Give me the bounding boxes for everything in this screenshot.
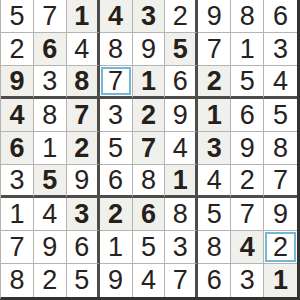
cell-r1c6[interactable]: 2 — [165, 0, 198, 33]
cell-r2c6[interactable]: 5 — [165, 33, 198, 66]
cell-r4c7[interactable]: 1 — [198, 99, 231, 132]
cell-r8c5[interactable]: 5 — [133, 231, 166, 264]
cell-r4c4[interactable]: 3 — [100, 99, 133, 132]
cell-r9c3[interactable]: 5 — [67, 264, 100, 297]
cell-r7c4[interactable]: 2 — [100, 198, 133, 231]
cell-r9c6[interactable]: 7 — [165, 264, 198, 297]
cell-r2c5[interactable]: 9 — [133, 33, 166, 66]
cell-r6c9[interactable]: 7 — [264, 165, 297, 198]
cell-r6c7[interactable]: 4 — [198, 165, 231, 198]
cell-r1c1[interactable]: 5 — [1, 0, 34, 33]
cell-r2c4[interactable]: 8 — [100, 33, 133, 66]
cell-r2c1[interactable]: 2 — [1, 33, 34, 66]
cell-r9c7[interactable]: 6 — [198, 264, 231, 297]
cell-r7c8[interactable]: 7 — [231, 198, 264, 231]
cell-r7c3[interactable]: 3 — [67, 198, 100, 231]
sudoku-board: 5714329862648957139387162544873291656125… — [0, 0, 300, 300]
cell-r3c7[interactable]: 2 — [198, 66, 231, 99]
cell-r4c1[interactable]: 4 — [1, 99, 34, 132]
cell-r2c7[interactable]: 7 — [198, 33, 231, 66]
cell-r5c7[interactable]: 3 — [198, 132, 231, 165]
cell-r9c9[interactable]: 1 — [264, 264, 297, 297]
cell-r9c8[interactable]: 3 — [231, 264, 264, 297]
cell-r5c4[interactable]: 5 — [100, 132, 133, 165]
cell-r5c1[interactable]: 6 — [1, 132, 34, 165]
cell-r1c2[interactable]: 7 — [34, 0, 67, 33]
cell-r8c4[interactable]: 1 — [100, 231, 133, 264]
cell-r4c9[interactable]: 5 — [264, 99, 297, 132]
cell-r7c9[interactable]: 9 — [264, 198, 297, 231]
cell-r4c8[interactable]: 6 — [231, 99, 264, 132]
cell-r9c4[interactable]: 9 — [100, 264, 133, 297]
cell-r7c5[interactable]: 6 — [133, 198, 166, 231]
cell-r3c9[interactable]: 4 — [264, 66, 297, 99]
cell-r8c9[interactable]: 2 — [264, 231, 297, 264]
cell-r6c4[interactable]: 6 — [100, 165, 133, 198]
cell-r3c3[interactable]: 8 — [67, 66, 100, 99]
cell-r3c6[interactable]: 6 — [165, 66, 198, 99]
cell-r5c8[interactable]: 9 — [231, 132, 264, 165]
cell-r5c2[interactable]: 1 — [34, 132, 67, 165]
cell-r2c2[interactable]: 6 — [34, 33, 67, 66]
cell-r8c3[interactable]: 6 — [67, 231, 100, 264]
cell-r4c2[interactable]: 8 — [34, 99, 67, 132]
cell-r3c1[interactable]: 9 — [1, 66, 34, 99]
cell-r1c8[interactable]: 8 — [231, 0, 264, 33]
cell-r7c7[interactable]: 5 — [198, 198, 231, 231]
cell-r1c4[interactable]: 4 — [100, 0, 133, 33]
cell-r5c3[interactable]: 2 — [67, 132, 100, 165]
cell-r6c8[interactable]: 2 — [231, 165, 264, 198]
cell-r6c2[interactable]: 5 — [34, 165, 67, 198]
cell-r3c8[interactable]: 5 — [231, 66, 264, 99]
cell-r5c5[interactable]: 7 — [133, 132, 166, 165]
cell-r9c5[interactable]: 4 — [133, 264, 166, 297]
cell-r3c5[interactable]: 1 — [133, 66, 166, 99]
cell-r9c1[interactable]: 8 — [1, 264, 34, 297]
cell-r1c7[interactable]: 9 — [198, 0, 231, 33]
cell-r2c8[interactable]: 1 — [231, 33, 264, 66]
cell-r3c2[interactable]: 3 — [34, 66, 67, 99]
cell-r1c5[interactable]: 3 — [133, 0, 166, 33]
cell-r7c6[interactable]: 8 — [165, 198, 198, 231]
cell-r8c7[interactable]: 8 — [198, 231, 231, 264]
cell-r6c6[interactable]: 1 — [165, 165, 198, 198]
cell-r1c3[interactable]: 1 — [67, 0, 100, 33]
cell-r7c2[interactable]: 4 — [34, 198, 67, 231]
cell-r8c2[interactable]: 9 — [34, 231, 67, 264]
cell-r4c3[interactable]: 7 — [67, 99, 100, 132]
cell-r6c5[interactable]: 8 — [133, 165, 166, 198]
cell-r1c9[interactable]: 6 — [264, 0, 297, 33]
cell-r4c5[interactable]: 2 — [133, 99, 166, 132]
cell-r2c9[interactable]: 3 — [264, 33, 297, 66]
cell-r8c6[interactable]: 3 — [165, 231, 198, 264]
cell-r6c3[interactable]: 9 — [67, 165, 100, 198]
cell-r8c1[interactable]: 7 — [1, 231, 34, 264]
cell-r7c1[interactable]: 1 — [1, 198, 34, 231]
cell-r8c8[interactable]: 4 — [231, 231, 264, 264]
cell-r2c3[interactable]: 4 — [67, 33, 100, 66]
cell-r6c1[interactable]: 3 — [1, 165, 34, 198]
cell-r3c4[interactable]: 7 — [100, 66, 133, 99]
cell-r9c2[interactable]: 2 — [34, 264, 67, 297]
cell-r5c6[interactable]: 4 — [165, 132, 198, 165]
cell-r4c6[interactable]: 9 — [165, 99, 198, 132]
cell-r5c9[interactable]: 8 — [264, 132, 297, 165]
